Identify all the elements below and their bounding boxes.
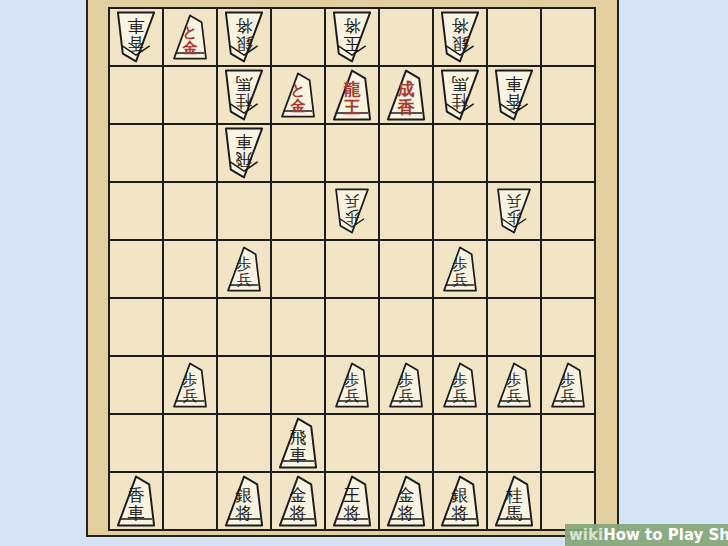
board-cell — [163, 414, 217, 472]
board-cell — [217, 414, 271, 472]
board-cell — [379, 240, 433, 298]
board-cell — [379, 8, 433, 66]
board-cell — [487, 472, 541, 530]
board-cell — [541, 66, 595, 124]
board-cell — [325, 356, 379, 414]
board-cell — [109, 182, 163, 240]
board-cell — [487, 356, 541, 414]
board-cell — [217, 8, 271, 66]
board-cell — [163, 124, 217, 182]
board-cell — [325, 414, 379, 472]
board-cell — [163, 182, 217, 240]
board-cell — [163, 472, 217, 530]
board-cell — [433, 8, 487, 66]
board-cell — [541, 356, 595, 414]
board-cell — [217, 240, 271, 298]
watermark-wiki-text: wiki — [569, 526, 603, 544]
board-cell — [325, 472, 379, 530]
board-cell — [487, 182, 541, 240]
board-cell — [271, 182, 325, 240]
board-cell — [325, 124, 379, 182]
board-cell — [217, 66, 271, 124]
board-cell — [541, 182, 595, 240]
board-cell — [433, 124, 487, 182]
board-cell — [217, 298, 271, 356]
board-cell — [433, 414, 487, 472]
board-cell — [325, 66, 379, 124]
board-cell — [433, 182, 487, 240]
board-cell — [541, 8, 595, 66]
board-cell — [541, 240, 595, 298]
board-cell — [271, 124, 325, 182]
board-cell — [487, 66, 541, 124]
board-cell — [217, 356, 271, 414]
board-cell — [217, 182, 271, 240]
board-cell — [271, 472, 325, 530]
board-cell — [109, 240, 163, 298]
board-cell — [487, 414, 541, 472]
board-cell — [541, 298, 595, 356]
board-cell — [163, 8, 217, 66]
board-cell — [109, 356, 163, 414]
board-cell — [217, 124, 271, 182]
board-cell — [271, 66, 325, 124]
board-cell — [325, 240, 379, 298]
board-cell — [541, 472, 595, 530]
board-cell — [379, 472, 433, 530]
board-cell — [379, 414, 433, 472]
board-cell — [325, 8, 379, 66]
board-cell — [541, 414, 595, 472]
board-cell — [163, 298, 217, 356]
board-cell — [217, 472, 271, 530]
board-cell — [433, 240, 487, 298]
board-cell — [541, 124, 595, 182]
board-cell — [433, 472, 487, 530]
board-cell — [163, 66, 217, 124]
board-cell — [487, 8, 541, 66]
wikihow-watermark: wikiHow to Play Shogi — [565, 524, 728, 546]
board-cell — [487, 240, 541, 298]
board-cell — [271, 414, 325, 472]
board-cell — [163, 356, 217, 414]
board-cell — [271, 356, 325, 414]
board-cell — [379, 66, 433, 124]
board-cell — [109, 124, 163, 182]
board-cell — [379, 298, 433, 356]
board-cell — [433, 356, 487, 414]
board-cell — [379, 182, 433, 240]
board-cell — [325, 182, 379, 240]
board-cell — [379, 124, 433, 182]
board-cell — [271, 298, 325, 356]
board-cell — [487, 124, 541, 182]
board-cell — [487, 298, 541, 356]
shogi-board — [108, 7, 596, 531]
board-cell — [109, 66, 163, 124]
board-cell — [271, 240, 325, 298]
watermark-title-text: How to Play Shogi — [603, 526, 728, 544]
board-cell — [271, 8, 325, 66]
board-cell — [109, 8, 163, 66]
board-cell — [433, 66, 487, 124]
board-cell — [109, 472, 163, 530]
board-cell — [379, 356, 433, 414]
board-cell — [109, 298, 163, 356]
board-cell — [325, 298, 379, 356]
board-cell — [433, 298, 487, 356]
board-cell — [109, 414, 163, 472]
board-cell — [163, 240, 217, 298]
